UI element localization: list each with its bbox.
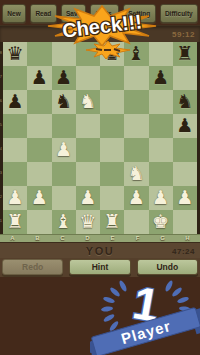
rank-label: 8: [0, 51, 3, 55]
square-d4[interactable]: [76, 138, 100, 162]
piece-white-pawn[interactable]: ♟: [7, 188, 24, 207]
piece-white-rook[interactable]: ♜: [104, 212, 121, 231]
difficulty-button[interactable]: Difficulty: [160, 4, 198, 23]
rank-label: 1: [0, 219, 3, 223]
one-player-badge: 1 Player: [90, 272, 200, 355]
player-clock: 47:24: [172, 247, 195, 256]
square-b5[interactable]: [27, 114, 51, 138]
square-e5[interactable]: [100, 114, 124, 138]
square-h7[interactable]: [173, 66, 197, 90]
square-c2[interactable]: [52, 186, 76, 210]
square-d6[interactable]: ♞: [76, 90, 100, 114]
rank-label: 3: [0, 171, 3, 175]
square-b4[interactable]: [27, 138, 51, 162]
piece-white-bishop[interactable]: ♝: [55, 212, 72, 231]
square-f6[interactable]: [124, 90, 148, 114]
square-a5[interactable]: [3, 114, 27, 138]
square-e3[interactable]: [100, 162, 124, 186]
check-text: Check!!!: [61, 10, 143, 42]
piece-white-king[interactable]: ♚: [152, 212, 169, 231]
file-label: G: [150, 235, 175, 242]
square-e4[interactable]: [100, 138, 124, 162]
square-h6[interactable]: ♞: [173, 90, 197, 114]
square-g7[interactable]: ♟: [149, 66, 173, 90]
square-a7[interactable]: [3, 66, 27, 90]
square-b1[interactable]: [27, 210, 51, 234]
square-b6[interactable]: [27, 90, 51, 114]
square-g5[interactable]: [149, 114, 173, 138]
opponent-clock: 59:12: [172, 30, 195, 39]
file-label: D: [75, 235, 100, 242]
piece-white-knight[interactable]: ♞: [79, 92, 96, 111]
square-h5[interactable]: ♟: [173, 114, 197, 138]
piece-black-rook[interactable]: ♜: [176, 44, 193, 63]
file-labels: ABCDEFGH: [0, 234, 200, 242]
square-f1[interactable]: [124, 210, 148, 234]
square-d7[interactable]: [76, 66, 100, 90]
piece-white-pawn[interactable]: ♟: [31, 188, 48, 207]
square-c1[interactable]: ♝: [52, 210, 76, 234]
check-banner: Check!!!: [46, 3, 158, 59]
square-g3[interactable]: [149, 162, 173, 186]
piece-white-pawn[interactable]: ♟: [128, 188, 145, 207]
redo-button[interactable]: Redo: [2, 259, 63, 275]
square-e2[interactable]: [100, 186, 124, 210]
board: ♛♚♝♜♟♟♟♟♞♞♞♟♟♞♟♟♟♟♟♟♜♝♛♜♚: [3, 42, 197, 234]
piece-black-knight[interactable]: ♞: [176, 92, 193, 111]
piece-white-pawn[interactable]: ♟: [55, 140, 72, 159]
board-frame: ♛♚♝♜♟♟♟♟♞♞♞♟♟♞♟♟♟♟♟♟♜♝♛♜♚ 87654321: [0, 42, 200, 234]
piece-black-knight[interactable]: ♞: [55, 92, 72, 111]
square-b2[interactable]: ♟: [27, 186, 51, 210]
square-f7[interactable]: [124, 66, 148, 90]
piece-black-pawn[interactable]: ♟: [152, 68, 169, 87]
square-d3[interactable]: [76, 162, 100, 186]
piece-black-pawn[interactable]: ♟: [7, 92, 24, 111]
square-g6[interactable]: [149, 90, 173, 114]
square-c6[interactable]: ♞: [52, 90, 76, 114]
square-h4[interactable]: [173, 138, 197, 162]
square-f4[interactable]: [124, 138, 148, 162]
piece-white-knight[interactable]: ♞: [128, 164, 145, 183]
piece-white-rook[interactable]: ♜: [7, 212, 24, 231]
square-f3[interactable]: ♞: [124, 162, 148, 186]
square-d5[interactable]: [76, 114, 100, 138]
square-b3[interactable]: [27, 162, 51, 186]
file-label: B: [25, 235, 50, 242]
square-a3[interactable]: [3, 162, 27, 186]
piece-black-pawn[interactable]: ♟: [55, 68, 72, 87]
piece-black-pawn[interactable]: ♟: [31, 68, 48, 87]
square-c4[interactable]: ♟: [52, 138, 76, 162]
piece-black-queen[interactable]: ♛: [7, 44, 24, 63]
rank-labels: 87654321: [0, 42, 3, 234]
square-a4[interactable]: [3, 138, 27, 162]
piece-white-pawn[interactable]: ♟: [152, 188, 169, 207]
square-a6[interactable]: ♟: [3, 90, 27, 114]
file-label: F: [125, 235, 150, 242]
piece-black-pawn[interactable]: ♟: [176, 116, 193, 135]
square-f2[interactable]: ♟: [124, 186, 148, 210]
file-label: H: [175, 235, 200, 242]
square-g4[interactable]: [149, 138, 173, 162]
file-label: A: [0, 235, 25, 242]
player-name: YOU: [0, 245, 200, 257]
square-h2[interactable]: ♟: [173, 186, 197, 210]
file-label: E: [100, 235, 125, 242]
square-e6[interactable]: [100, 90, 124, 114]
chess-app-screen: New Read Save Stats. Setting Difficulty …: [0, 0, 200, 355]
square-h3[interactable]: [173, 162, 197, 186]
rank-label: 7: [0, 75, 3, 79]
square-h8[interactable]: ♜: [173, 42, 197, 66]
square-f5[interactable]: [124, 114, 148, 138]
square-g2[interactable]: ♟: [149, 186, 173, 210]
square-h1[interactable]: [173, 210, 197, 234]
square-d1[interactable]: ♛: [76, 210, 100, 234]
square-a8[interactable]: ♛: [3, 42, 27, 66]
square-d2[interactable]: ♟: [76, 186, 100, 210]
square-e1[interactable]: ♜: [100, 210, 124, 234]
square-e7[interactable]: [100, 66, 124, 90]
square-a2[interactable]: ♟: [3, 186, 27, 210]
rank-label: 4: [0, 147, 3, 151]
piece-white-queen[interactable]: ♛: [79, 212, 96, 231]
square-b7[interactable]: ♟: [27, 66, 51, 90]
square-a1[interactable]: ♜: [3, 210, 27, 234]
piece-white-pawn[interactable]: ♟: [176, 188, 193, 207]
square-c7[interactable]: ♟: [52, 66, 76, 90]
square-g1[interactable]: ♚: [149, 210, 173, 234]
piece-white-pawn[interactable]: ♟: [79, 188, 96, 207]
square-c3[interactable]: [52, 162, 76, 186]
rank-label: 5: [0, 123, 3, 127]
new-button[interactable]: New: [2, 4, 26, 23]
file-label: C: [50, 235, 75, 242]
rank-label: 2: [0, 195, 3, 199]
rank-label: 6: [0, 99, 3, 103]
player-bar: YOU 47:24: [0, 242, 200, 258]
square-c5[interactable]: [52, 114, 76, 138]
